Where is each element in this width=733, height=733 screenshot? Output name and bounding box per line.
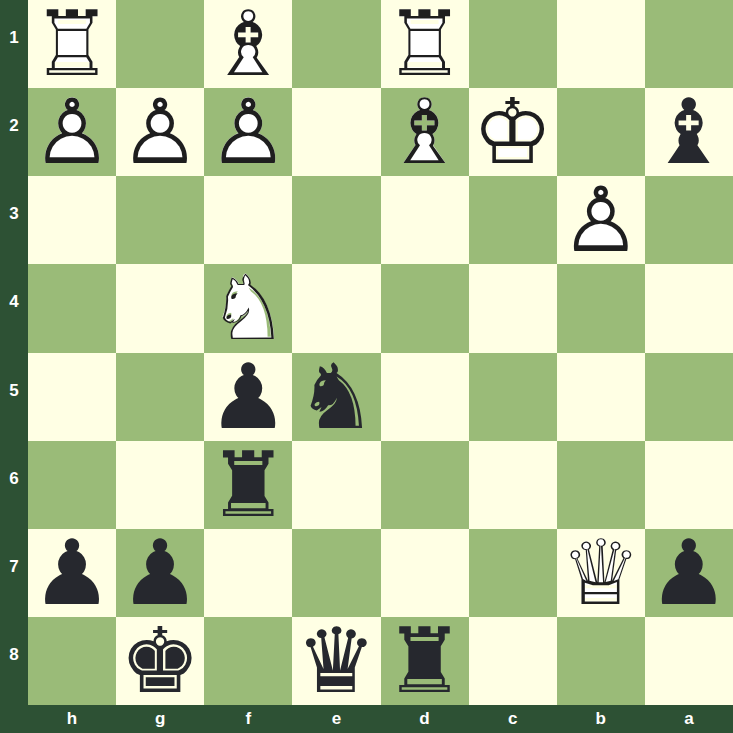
square-b2[interactable] bbox=[557, 88, 645, 176]
square-c8[interactable] bbox=[469, 617, 557, 705]
white-rook-piece[interactable]: ♜♖ bbox=[28, 0, 116, 88]
square-a2[interactable]: ♝ bbox=[645, 88, 733, 176]
queen-outline-glyph: ♕ bbox=[557, 529, 645, 617]
rank-label-3: 3 bbox=[0, 176, 28, 264]
rank-label-text: 5 bbox=[9, 381, 18, 401]
square-h1[interactable]: ♜♖ bbox=[28, 0, 116, 88]
square-a4[interactable] bbox=[645, 264, 733, 352]
rook-outline-glyph: ♖ bbox=[381, 0, 469, 88]
white-rook-piece[interactable]: ♜♖ bbox=[381, 0, 469, 88]
white-king-piece[interactable]: ♚♔ bbox=[469, 88, 557, 176]
square-f8[interactable] bbox=[204, 617, 292, 705]
file-label-text: c bbox=[508, 709, 517, 729]
square-f1[interactable]: ♝♗ bbox=[204, 0, 292, 88]
pawn-glyph: ♟ bbox=[204, 353, 292, 441]
black-rook-piece[interactable]: ♜ bbox=[381, 617, 469, 705]
king-glyph: ♚ bbox=[116, 617, 204, 705]
rank-label-text: 2 bbox=[9, 116, 18, 136]
square-e1[interactable] bbox=[292, 0, 380, 88]
file-label-text: h bbox=[67, 709, 77, 729]
rank-label-1: 1 bbox=[0, 0, 28, 88]
square-h5[interactable] bbox=[28, 353, 116, 441]
black-knight-piece[interactable]: ♞ bbox=[292, 353, 380, 441]
rank-label-5: 5 bbox=[0, 353, 28, 441]
square-g5[interactable] bbox=[116, 353, 204, 441]
board-corner bbox=[0, 705, 28, 733]
pawn-outline-glyph: ♙ bbox=[557, 176, 645, 264]
square-g4[interactable] bbox=[116, 264, 204, 352]
knight-glyph: ♞ bbox=[292, 353, 380, 441]
square-a6[interactable] bbox=[645, 441, 733, 529]
bishop-outline-glyph: ♗ bbox=[204, 0, 292, 88]
black-pawn-piece[interactable]: ♟ bbox=[204, 353, 292, 441]
rank-label-text: 7 bbox=[9, 557, 18, 577]
square-a7[interactable]: ♟ bbox=[645, 529, 733, 617]
queen-glyph: ♛ bbox=[292, 617, 380, 705]
square-e2[interactable] bbox=[292, 88, 380, 176]
bishop-glyph: ♝ bbox=[645, 88, 733, 176]
square-d6[interactable] bbox=[381, 441, 469, 529]
square-b5[interactable] bbox=[557, 353, 645, 441]
white-pawn-piece[interactable]: ♟♙ bbox=[28, 88, 116, 176]
square-d1[interactable]: ♜♖ bbox=[381, 0, 469, 88]
file-label-text: b bbox=[596, 709, 606, 729]
square-e7[interactable] bbox=[292, 529, 380, 617]
square-d7[interactable] bbox=[381, 529, 469, 617]
square-h8[interactable] bbox=[28, 617, 116, 705]
file-label-f: f bbox=[204, 705, 292, 733]
square-c1[interactable] bbox=[469, 0, 557, 88]
file-label-c: c bbox=[469, 705, 557, 733]
black-king-piece[interactable]: ♚ bbox=[116, 617, 204, 705]
rook-outline-glyph: ♖ bbox=[28, 0, 116, 88]
square-d3[interactable] bbox=[381, 176, 469, 264]
square-b1[interactable] bbox=[557, 0, 645, 88]
square-f4[interactable]: ♞♘ bbox=[204, 264, 292, 352]
white-pawn-piece[interactable]: ♟♙ bbox=[204, 88, 292, 176]
knight-outline-glyph: ♘ bbox=[204, 264, 292, 352]
square-e5[interactable]: ♞ bbox=[292, 353, 380, 441]
rank-label-7: 7 bbox=[0, 529, 28, 617]
rook-glyph: ♜ bbox=[381, 617, 469, 705]
white-pawn-piece[interactable]: ♟♙ bbox=[557, 176, 645, 264]
pawn-outline-glyph: ♙ bbox=[28, 88, 116, 176]
pawn-glyph: ♟ bbox=[28, 529, 116, 617]
pawn-glyph: ♟ bbox=[645, 529, 733, 617]
file-label-b: b bbox=[557, 705, 645, 733]
rank-label-text: 6 bbox=[9, 469, 18, 489]
pawn-outline-glyph: ♙ bbox=[116, 88, 204, 176]
square-c7[interactable] bbox=[469, 529, 557, 617]
square-c6[interactable] bbox=[469, 441, 557, 529]
white-queen-piece[interactable]: ♛♕ bbox=[557, 529, 645, 617]
rank-label-4: 4 bbox=[0, 264, 28, 352]
square-f7[interactable] bbox=[204, 529, 292, 617]
black-queen-piece[interactable]: ♛ bbox=[292, 617, 380, 705]
square-a5[interactable] bbox=[645, 353, 733, 441]
square-g7[interactable]: ♟ bbox=[116, 529, 204, 617]
square-c4[interactable] bbox=[469, 264, 557, 352]
chess-board: 1♜♖♝♗♜♖2♟♙♟♙♟♙♝♗♚♔♝3♟♙4♞♘5♟♞6♜7♟♟♛♕♟8♚♛♜… bbox=[0, 0, 733, 733]
white-bishop-piece[interactable]: ♝♗ bbox=[204, 0, 292, 88]
square-d4[interactable] bbox=[381, 264, 469, 352]
rook-glyph: ♜ bbox=[204, 441, 292, 529]
bishop-outline-glyph: ♗ bbox=[381, 88, 469, 176]
square-f2[interactable]: ♟♙ bbox=[204, 88, 292, 176]
square-g2[interactable]: ♟♙ bbox=[116, 88, 204, 176]
square-a3[interactable] bbox=[645, 176, 733, 264]
square-f3[interactable] bbox=[204, 176, 292, 264]
square-b6[interactable] bbox=[557, 441, 645, 529]
rank-label-text: 8 bbox=[9, 645, 18, 665]
black-rook-piece[interactable]: ♜ bbox=[204, 441, 292, 529]
square-h7[interactable]: ♟ bbox=[28, 529, 116, 617]
file-label-a: a bbox=[645, 705, 733, 733]
rank-label-6: 6 bbox=[0, 441, 28, 529]
white-knight-piece[interactable]: ♞♘ bbox=[204, 264, 292, 352]
square-a8[interactable] bbox=[645, 617, 733, 705]
square-h6[interactable] bbox=[28, 441, 116, 529]
black-pawn-piece[interactable]: ♟ bbox=[645, 529, 733, 617]
square-c2[interactable]: ♚♔ bbox=[469, 88, 557, 176]
rank-label-text: 4 bbox=[9, 292, 18, 312]
square-e3[interactable] bbox=[292, 176, 380, 264]
pawn-glyph: ♟ bbox=[116, 529, 204, 617]
square-g8[interactable]: ♚ bbox=[116, 617, 204, 705]
square-h2[interactable]: ♟♙ bbox=[28, 88, 116, 176]
white-pawn-piece[interactable]: ♟♙ bbox=[116, 88, 204, 176]
square-b3[interactable]: ♟♙ bbox=[557, 176, 645, 264]
square-g1[interactable] bbox=[116, 0, 204, 88]
square-a1[interactable] bbox=[645, 0, 733, 88]
file-label-h: h bbox=[28, 705, 116, 733]
black-pawn-piece[interactable]: ♟ bbox=[116, 529, 204, 617]
square-c3[interactable] bbox=[469, 176, 557, 264]
square-e4[interactable] bbox=[292, 264, 380, 352]
square-h3[interactable] bbox=[28, 176, 116, 264]
square-g6[interactable] bbox=[116, 441, 204, 529]
rank-label-8: 8 bbox=[0, 617, 28, 705]
square-g3[interactable] bbox=[116, 176, 204, 264]
square-b8[interactable] bbox=[557, 617, 645, 705]
black-pawn-piece[interactable]: ♟ bbox=[28, 529, 116, 617]
square-f6[interactable]: ♜ bbox=[204, 441, 292, 529]
file-label-text: a bbox=[684, 709, 693, 729]
square-d5[interactable] bbox=[381, 353, 469, 441]
white-bishop-piece[interactable]: ♝♗ bbox=[381, 88, 469, 176]
square-e8[interactable]: ♛ bbox=[292, 617, 380, 705]
rank-label-text: 3 bbox=[9, 204, 18, 224]
black-bishop-piece[interactable]: ♝ bbox=[645, 88, 733, 176]
square-d2[interactable]: ♝♗ bbox=[381, 88, 469, 176]
king-outline-glyph: ♔ bbox=[469, 88, 557, 176]
square-b7[interactable]: ♛♕ bbox=[557, 529, 645, 617]
file-label-text: f bbox=[245, 709, 251, 729]
square-d8[interactable]: ♜ bbox=[381, 617, 469, 705]
rank-label-text: 1 bbox=[9, 28, 18, 48]
square-e6[interactable] bbox=[292, 441, 380, 529]
square-h4[interactable] bbox=[28, 264, 116, 352]
pawn-outline-glyph: ♙ bbox=[204, 88, 292, 176]
rank-label-2: 2 bbox=[0, 88, 28, 176]
square-f5[interactable]: ♟ bbox=[204, 353, 292, 441]
square-b4[interactable] bbox=[557, 264, 645, 352]
square-c5[interactable] bbox=[469, 353, 557, 441]
